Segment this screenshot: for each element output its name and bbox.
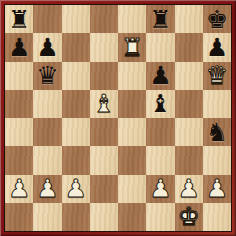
square-b4[interactable]: [33, 118, 61, 146]
square-h5[interactable]: [203, 90, 231, 118]
piece-white-rook[interactable]: ♜: [121, 35, 143, 60]
square-a6[interactable]: [5, 62, 33, 90]
square-g5[interactable]: [175, 90, 203, 118]
square-e4[interactable]: [118, 118, 146, 146]
square-e5[interactable]: [118, 90, 146, 118]
square-g6[interactable]: [175, 62, 203, 90]
piece-black-king[interactable]: ♚: [206, 7, 228, 32]
piece-white-bishop[interactable]: ♝: [93, 91, 115, 116]
square-c6[interactable]: [62, 62, 90, 90]
piece-black-pawn[interactable]: ♟: [8, 35, 30, 60]
square-g3[interactable]: [175, 146, 203, 174]
square-a3[interactable]: [5, 146, 33, 174]
square-f3[interactable]: [146, 146, 174, 174]
square-c4[interactable]: [62, 118, 90, 146]
square-e2[interactable]: [118, 175, 146, 203]
square-d7[interactable]: [90, 33, 118, 61]
piece-black-pawn[interactable]: ♟: [149, 63, 171, 88]
square-f1[interactable]: [146, 203, 174, 231]
square-e7[interactable]: ♜: [118, 33, 146, 61]
piece-black-rook[interactable]: ♜: [8, 7, 30, 32]
square-b7[interactable]: ♟: [33, 33, 61, 61]
square-a8[interactable]: ♜: [5, 5, 33, 33]
square-f5[interactable]: ♝: [146, 90, 174, 118]
square-a1[interactable]: [5, 203, 33, 231]
square-c7[interactable]: [62, 33, 90, 61]
piece-white-king[interactable]: ♚: [177, 204, 199, 229]
square-e8[interactable]: [118, 5, 146, 33]
square-h3[interactable]: [203, 146, 231, 174]
square-h2[interactable]: ♟: [203, 175, 231, 203]
square-a4[interactable]: [5, 118, 33, 146]
square-d8[interactable]: [90, 5, 118, 33]
square-b1[interactable]: [33, 203, 61, 231]
piece-white-pawn[interactable]: ♟: [8, 176, 30, 201]
square-a7[interactable]: ♟: [5, 33, 33, 61]
square-d4[interactable]: [90, 118, 118, 146]
square-d6[interactable]: [90, 62, 118, 90]
square-b3[interactable]: [33, 146, 61, 174]
square-f2[interactable]: ♟: [146, 175, 174, 203]
square-f8[interactable]: ♜: [146, 5, 174, 33]
square-d3[interactable]: [90, 146, 118, 174]
square-h4[interactable]: ♞: [203, 118, 231, 146]
piece-white-pawn[interactable]: ♟: [36, 176, 58, 201]
piece-white-pawn[interactable]: ♟: [64, 176, 86, 201]
square-c1[interactable]: [62, 203, 90, 231]
piece-black-rook[interactable]: ♜: [149, 7, 171, 32]
square-c8[interactable]: [62, 5, 90, 33]
square-a5[interactable]: [5, 90, 33, 118]
square-b6[interactable]: ♛: [33, 62, 61, 90]
chess-board: ♜♜♚♟♟♜♟♛♟♛♝♝♞♟♟♟♟♟♟♚: [5, 5, 231, 231]
square-h1[interactable]: [203, 203, 231, 231]
square-f4[interactable]: [146, 118, 174, 146]
square-b5[interactable]: [33, 90, 61, 118]
square-g4[interactable]: [175, 118, 203, 146]
square-c3[interactable]: [62, 146, 90, 174]
square-g1[interactable]: ♚: [175, 203, 203, 231]
piece-black-queen[interactable]: ♛: [36, 63, 58, 88]
square-g2[interactable]: ♟: [175, 175, 203, 203]
piece-white-pawn[interactable]: ♟: [206, 176, 228, 201]
square-d1[interactable]: [90, 203, 118, 231]
piece-black-knight[interactable]: ♞: [206, 120, 228, 145]
square-f7[interactable]: [146, 33, 174, 61]
square-d2[interactable]: [90, 175, 118, 203]
square-b2[interactable]: ♟: [33, 175, 61, 203]
piece-black-pawn[interactable]: ♟: [36, 35, 58, 60]
square-h6[interactable]: ♛: [203, 62, 231, 90]
square-c2[interactable]: ♟: [62, 175, 90, 203]
square-e1[interactable]: [118, 203, 146, 231]
square-e6[interactable]: [118, 62, 146, 90]
square-f6[interactable]: ♟: [146, 62, 174, 90]
square-c5[interactable]: [62, 90, 90, 118]
piece-white-pawn[interactable]: ♟: [149, 176, 171, 201]
piece-black-bishop[interactable]: ♝: [149, 91, 171, 116]
square-h8[interactable]: ♚: [203, 5, 231, 33]
square-g8[interactable]: [175, 5, 203, 33]
square-h7[interactable]: ♟: [203, 33, 231, 61]
piece-white-queen[interactable]: ♛: [206, 63, 228, 88]
square-d5[interactable]: ♝: [90, 90, 118, 118]
piece-white-pawn[interactable]: ♟: [177, 176, 199, 201]
square-a2[interactable]: ♟: [5, 175, 33, 203]
board-frame: ♜♜♚♟♟♜♟♛♟♛♝♝♞♟♟♟♟♟♟♚: [0, 0, 236, 236]
square-b8[interactable]: [33, 5, 61, 33]
piece-black-pawn[interactable]: ♟: [206, 35, 228, 60]
square-g7[interactable]: [175, 33, 203, 61]
square-e3[interactable]: [118, 146, 146, 174]
